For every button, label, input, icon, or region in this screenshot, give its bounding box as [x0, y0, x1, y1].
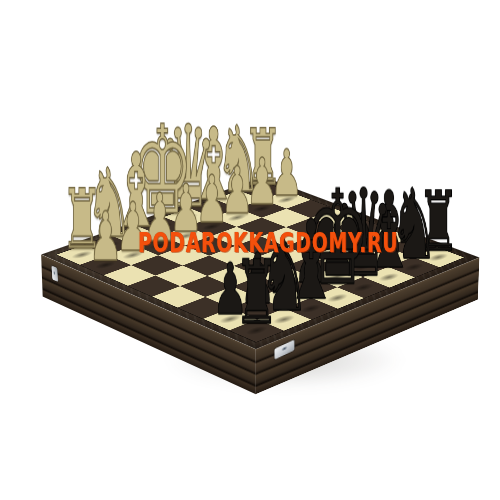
- product-photo: ♜♞♟♝♟♛♟♚♟♝♟♞♟♟♜♟♟♜♟♟♞♟♝♟♛♟♚♟♝♟♞♜ PODAROK…: [0, 0, 500, 500]
- brand-logo-icon: [280, 345, 288, 353]
- square: [104, 265, 156, 286]
- watermark: PODAROKKAGDOMY.RU: [138, 227, 398, 258]
- brand-plaque-front: [274, 340, 294, 360]
- brand-logo-icon: [53, 270, 56, 277]
- black-rook-icon: ♜: [197, 248, 317, 337]
- chess-board: ♜♞♟♝♟♛♟♚♟♝♟♞♟♟♜♟♟♜♟♟♞♟♝♟♛♟♚♟♝♟♞♜: [41, 177, 479, 349]
